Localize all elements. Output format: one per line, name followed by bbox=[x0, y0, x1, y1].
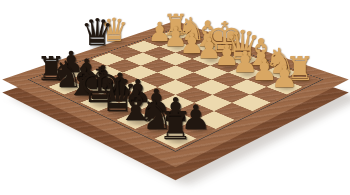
black-rook-a8[interactable]: ♜ bbox=[158, 107, 193, 146]
white-pawn-a2[interactable]: ♟ bbox=[271, 62, 298, 92]
extra-black-queen[interactable]: ♛ bbox=[80, 14, 113, 51]
chess-set-photo: ♜♞♝♛♚♝♞♜♟♟♟♟♟♟♟♟♟♟♟♟♟♟♟♟♜♞♝♛♚♝♞♜♛♛ bbox=[0, 0, 350, 195]
pieces-layer: ♜♞♝♛♚♝♞♜♟♟♟♟♟♟♟♟♟♟♟♟♟♟♟♟♜♞♝♛♚♝♞♜♛♛ bbox=[0, 0, 350, 195]
